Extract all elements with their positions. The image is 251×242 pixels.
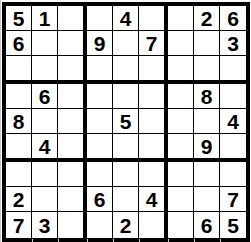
cell-r5c1[interactable]: 8 <box>6 109 32 134</box>
cell-r6c1[interactable] <box>6 134 32 162</box>
cell-r1c9[interactable]: 6 <box>220 6 246 31</box>
cell-r1c8[interactable]: 2 <box>194 6 220 31</box>
cell-r7c1[interactable] <box>6 162 32 187</box>
cell-r5c6[interactable] <box>139 109 168 134</box>
cell-r1c7[interactable] <box>168 6 194 31</box>
cell-r3c6[interactable] <box>139 56 168 84</box>
cell-r7c5[interactable] <box>113 162 139 187</box>
cell-r4c6[interactable] <box>139 84 168 109</box>
cell-r7c2[interactable] <box>32 162 58 187</box>
cell-r3c3[interactable] <box>58 56 87 84</box>
cell-r4c9[interactable] <box>220 84 246 109</box>
cell-r6c4[interactable] <box>87 134 113 162</box>
cell-r8c5[interactable] <box>113 187 139 212</box>
cell-r5c8[interactable] <box>194 109 220 134</box>
cell-r4c7[interactable] <box>168 84 194 109</box>
cell-r6c6[interactable] <box>139 134 168 162</box>
cell-r2c4[interactable]: 9 <box>87 31 113 56</box>
cell-r4c1[interactable] <box>6 84 32 109</box>
cell-r5c4[interactable] <box>87 109 113 134</box>
cell-r1c1[interactable]: 5 <box>6 6 32 31</box>
cell-r4c8[interactable]: 8 <box>194 84 220 109</box>
cell-r8c7[interactable] <box>168 187 194 212</box>
cell-r3c4[interactable] <box>87 56 113 84</box>
cell-r1c6[interactable] <box>139 6 168 31</box>
cell-r8c9[interactable]: 7 <box>220 187 246 212</box>
cell-r8c2[interactable] <box>32 187 58 212</box>
cell-r2c8[interactable] <box>194 31 220 56</box>
cell-r9c4[interactable] <box>87 212 113 238</box>
cell-r5c2[interactable] <box>32 109 58 134</box>
cell-r2c9[interactable]: 3 <box>220 31 246 56</box>
cell-r1c5[interactable]: 4 <box>113 6 139 31</box>
cell-r4c3[interactable] <box>58 84 87 109</box>
cell-r3c7[interactable] <box>168 56 194 84</box>
cell-r8c3[interactable] <box>58 187 87 212</box>
cell-r8c8[interactable] <box>194 187 220 212</box>
cell-r7c8[interactable] <box>194 162 220 187</box>
sudoku-board: 5142669736885449264773265 <box>2 2 250 242</box>
cell-r9c7[interactable] <box>168 212 194 238</box>
cell-r1c2[interactable]: 1 <box>32 6 58 31</box>
cell-r8c6[interactable]: 4 <box>139 187 168 212</box>
cell-r5c9[interactable]: 4 <box>220 109 246 134</box>
cell-r7c4[interactable] <box>87 162 113 187</box>
cell-r2c5[interactable] <box>113 31 139 56</box>
cell-r5c7[interactable] <box>168 109 194 134</box>
cell-r9c8[interactable]: 6 <box>194 212 220 238</box>
cell-r6c5[interactable] <box>113 134 139 162</box>
cell-r3c8[interactable] <box>194 56 220 84</box>
cell-r9c3[interactable] <box>58 212 87 238</box>
cell-r4c5[interactable] <box>113 84 139 109</box>
cell-r5c5[interactable]: 5 <box>113 109 139 134</box>
cell-r8c1[interactable]: 2 <box>6 187 32 212</box>
cell-r3c1[interactable] <box>6 56 32 84</box>
cell-r6c7[interactable] <box>168 134 194 162</box>
cell-r4c2[interactable]: 6 <box>32 84 58 109</box>
cell-r9c2[interactable]: 3 <box>32 212 58 238</box>
cell-r3c5[interactable] <box>113 56 139 84</box>
cell-r9c9[interactable]: 5 <box>220 212 246 238</box>
cell-r5c3[interactable] <box>58 109 87 134</box>
cell-r2c6[interactable]: 7 <box>139 31 168 56</box>
cell-r9c6[interactable] <box>139 212 168 238</box>
spreadsheet-gridline-left <box>0 0 1 242</box>
cell-r6c9[interactable] <box>220 134 246 162</box>
cell-r1c3[interactable] <box>58 6 87 31</box>
cell-r2c7[interactable] <box>168 31 194 56</box>
cell-r7c3[interactable] <box>58 162 87 187</box>
cell-r9c1[interactable]: 7 <box>6 212 32 238</box>
cell-r4c4[interactable] <box>87 84 113 109</box>
cell-r8c4[interactable]: 6 <box>87 187 113 212</box>
cell-r2c2[interactable] <box>32 31 58 56</box>
cell-r9c5[interactable]: 2 <box>113 212 139 238</box>
sudoku-screenshot: 5142669736885449264773265 <box>0 0 251 242</box>
cell-r6c3[interactable] <box>58 134 87 162</box>
cell-r7c9[interactable] <box>220 162 246 187</box>
cell-r2c3[interactable] <box>58 31 87 56</box>
cell-r7c7[interactable] <box>168 162 194 187</box>
cell-r3c2[interactable] <box>32 56 58 84</box>
cell-r6c8[interactable]: 9 <box>194 134 220 162</box>
cell-r1c4[interactable] <box>87 6 113 31</box>
cell-r3c9[interactable] <box>220 56 246 84</box>
cell-r7c6[interactable] <box>139 162 168 187</box>
cell-r6c2[interactable]: 4 <box>32 134 58 162</box>
cell-r2c1[interactable]: 6 <box>6 31 32 56</box>
